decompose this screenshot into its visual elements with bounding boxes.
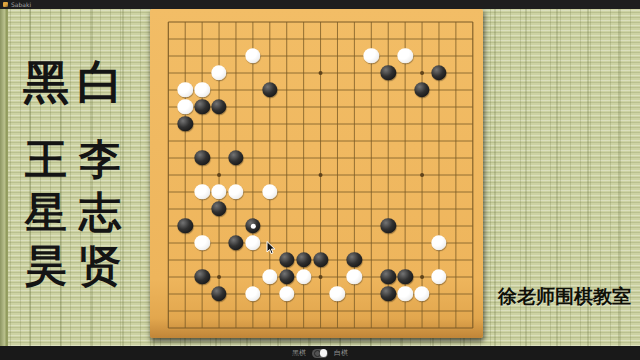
star-point xyxy=(420,71,424,75)
player-name-char: 星 xyxy=(17,186,75,239)
player-name-char: 王 xyxy=(17,133,75,186)
black-turn-label: 黑棋 xyxy=(292,350,306,357)
star-point xyxy=(319,71,323,75)
bamboo-mat-edge xyxy=(0,9,8,346)
white-turn-label: 白棋 xyxy=(334,350,348,357)
player-name-char: 李 xyxy=(71,133,129,186)
classroom-caption: 徐老师围棋教室 xyxy=(498,284,638,310)
app-icon xyxy=(3,2,8,7)
turn-toggle-knob[interactable] xyxy=(320,349,327,356)
board-grid xyxy=(150,9,483,338)
player-name-char: 昊 xyxy=(17,239,75,292)
star-point xyxy=(319,275,323,279)
last-move-marker xyxy=(250,223,255,228)
player-black-panel: 黑王星昊 xyxy=(17,56,75,292)
player-white-panel: 白李志贤 xyxy=(71,56,129,292)
title-bar: Sabaki xyxy=(0,0,640,9)
player-name-char: 志 xyxy=(71,186,129,239)
turn-toggle[interactable] xyxy=(312,349,328,358)
star-point xyxy=(217,275,221,279)
bottom-bar: 黑棋 白棋 xyxy=(0,346,640,360)
star-point xyxy=(217,173,221,177)
player-color-label: 白 xyxy=(71,56,129,109)
star-point xyxy=(420,173,424,177)
go-board[interactable] xyxy=(150,9,483,338)
window-title: Sabaki xyxy=(11,2,31,8)
star-point xyxy=(319,173,323,177)
player-color-label: 黑 xyxy=(17,56,75,109)
player-name-char: 贤 xyxy=(71,239,129,292)
mouse-cursor xyxy=(266,240,276,259)
star-point xyxy=(420,275,424,279)
